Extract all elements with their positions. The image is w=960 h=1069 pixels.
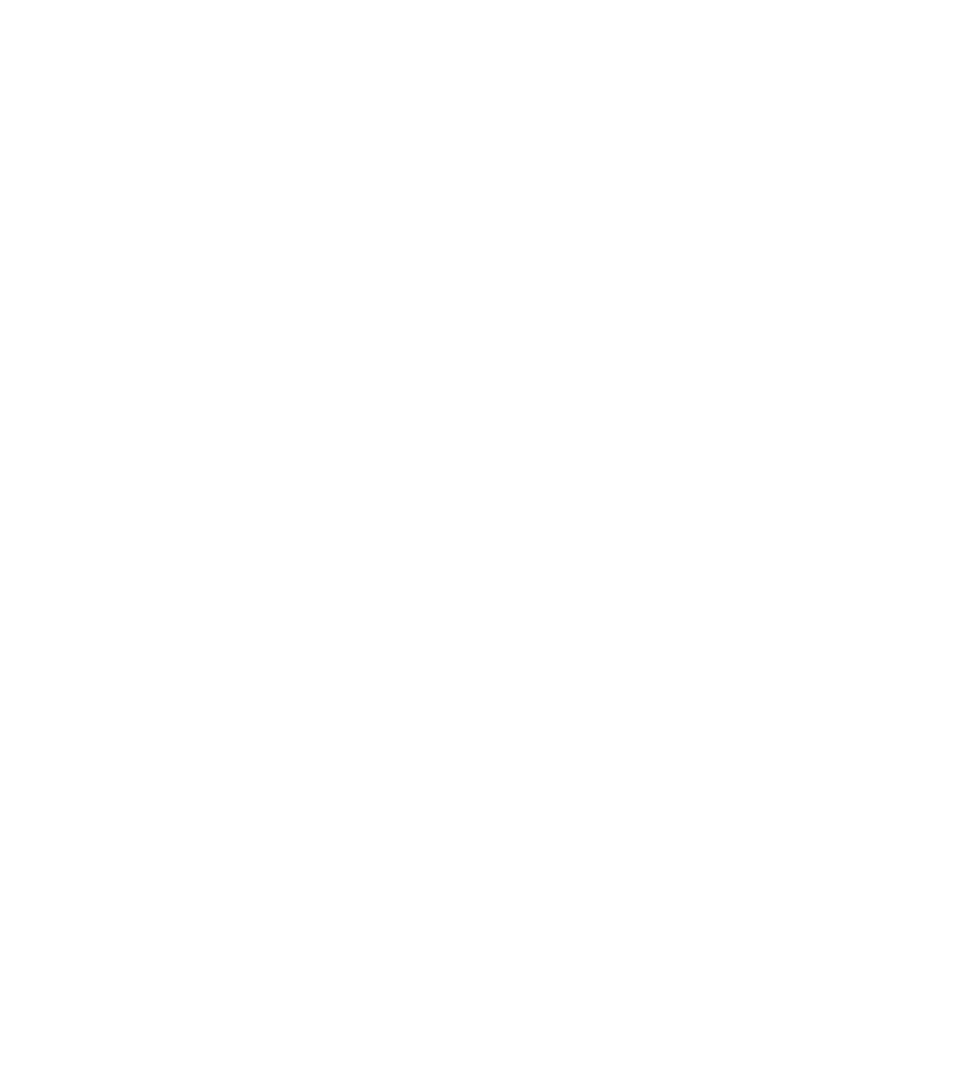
chess-board xyxy=(0,0,960,1069)
chess-set-photo xyxy=(0,0,960,1069)
